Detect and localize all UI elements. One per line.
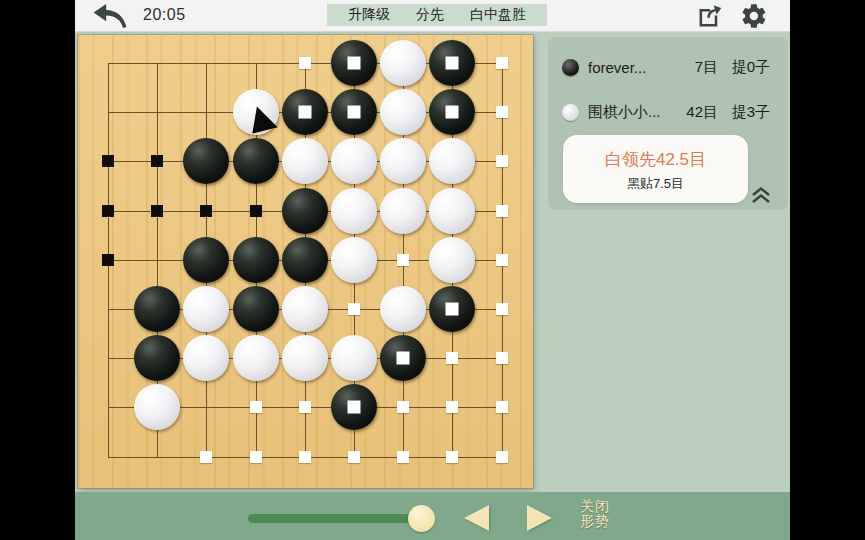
stone-black bbox=[331, 89, 377, 135]
stone-white bbox=[183, 286, 229, 332]
territory-marker-white bbox=[446, 401, 458, 413]
stone-white bbox=[380, 89, 426, 135]
territory-marker-white bbox=[250, 451, 262, 463]
toggle-label-line2: 形势 bbox=[580, 514, 610, 529]
share-button[interactable] bbox=[693, 2, 727, 30]
stone-black bbox=[331, 384, 377, 430]
dead-stone-marker bbox=[348, 57, 361, 70]
last-move-triangle-icon bbox=[233, 89, 279, 135]
player-captures: 提0子 bbox=[718, 58, 770, 77]
stone-white bbox=[429, 237, 475, 283]
territory-marker-black bbox=[200, 205, 212, 217]
app-window: 20:05 升降级 分先 白中盘胜 forever... 7目 提0子 bbox=[75, 0, 790, 540]
komi-note: 黑贴7.5目 bbox=[563, 175, 748, 193]
territory-marker-white bbox=[496, 303, 508, 315]
stone-black bbox=[233, 237, 279, 283]
move-slider-knob[interactable] bbox=[408, 505, 435, 532]
chevron-double-up-icon bbox=[750, 186, 772, 204]
territory-marker-white bbox=[397, 254, 409, 266]
stone-black bbox=[380, 335, 426, 381]
black-stone-icon bbox=[562, 59, 579, 76]
territory-marker-white bbox=[496, 106, 508, 118]
match-rank-label: 升降级 bbox=[348, 6, 390, 24]
territory-marker-white bbox=[496, 205, 508, 217]
stone-white bbox=[380, 286, 426, 332]
score-estimate-card: 白领先42.5目 黑贴7.5目 bbox=[563, 135, 748, 203]
previous-move-button[interactable] bbox=[464, 505, 489, 531]
territory-marker-white bbox=[200, 451, 212, 463]
dead-stone-marker bbox=[446, 57, 459, 70]
territory-marker-white bbox=[446, 352, 458, 364]
share-icon bbox=[693, 2, 725, 30]
stone-white bbox=[282, 335, 328, 381]
stone-white bbox=[331, 188, 377, 234]
match-result-label: 白中盘胜 bbox=[470, 6, 526, 24]
stone-black bbox=[331, 40, 377, 86]
territory-marker-white bbox=[348, 451, 360, 463]
dead-stone-marker bbox=[397, 352, 410, 365]
go-board[interactable] bbox=[78, 35, 533, 488]
game-clock: 20:05 bbox=[143, 6, 186, 24]
stone-black bbox=[429, 89, 475, 135]
territory-marker-white bbox=[496, 155, 508, 167]
player-name: forever... bbox=[588, 59, 670, 76]
territory-marker-black bbox=[102, 205, 114, 217]
game-info-panel: forever... 7目 提0子 围棋小小... 42目 提3子 白领先42.… bbox=[548, 37, 788, 210]
player-name: 围棋小小... bbox=[588, 103, 670, 122]
settings-button[interactable] bbox=[739, 2, 773, 30]
stone-white bbox=[183, 335, 229, 381]
player-territory: 42目 bbox=[670, 103, 718, 122]
stone-white bbox=[380, 138, 426, 184]
lead-estimate: 白领先42.5目 bbox=[563, 148, 748, 171]
stone-white bbox=[134, 384, 180, 430]
territory-marker-black bbox=[102, 254, 114, 266]
player-row-white: 围棋小小... 42目 提3子 bbox=[548, 100, 788, 124]
player-row-black: forever... 7目 提0子 bbox=[548, 55, 788, 79]
territory-marker-white bbox=[496, 254, 508, 266]
territory-marker-black bbox=[151, 155, 163, 167]
player-captures: 提3子 bbox=[718, 103, 770, 122]
territory-marker-white bbox=[299, 57, 311, 69]
territory-marker-white bbox=[397, 401, 409, 413]
next-move-button[interactable] bbox=[527, 505, 552, 531]
territory-marker-black bbox=[102, 155, 114, 167]
stone-white bbox=[233, 335, 279, 381]
stone-white bbox=[282, 286, 328, 332]
stone-black bbox=[134, 335, 180, 381]
stone-black bbox=[183, 237, 229, 283]
stone-white bbox=[429, 138, 475, 184]
back-arrow-icon bbox=[91, 1, 131, 30]
territory-marker-white bbox=[397, 451, 409, 463]
toggle-territory-button[interactable]: 关闭 形势 bbox=[580, 499, 610, 529]
territory-marker-white bbox=[496, 57, 508, 69]
dead-stone-marker bbox=[446, 106, 459, 119]
stone-black bbox=[233, 286, 279, 332]
bottom-control-bar: 关闭 形势 bbox=[75, 492, 790, 540]
stone-black bbox=[429, 286, 475, 332]
stone-black bbox=[134, 286, 180, 332]
stone-black bbox=[282, 89, 328, 135]
top-bar: 20:05 升降级 分先 白中盘胜 bbox=[75, 0, 790, 32]
stone-white bbox=[282, 138, 328, 184]
collapse-panel-button[interactable] bbox=[750, 186, 772, 204]
stone-white bbox=[331, 138, 377, 184]
stone-black bbox=[429, 40, 475, 86]
match-handicap-label: 分先 bbox=[416, 6, 444, 24]
toggle-label-line1: 关闭 bbox=[580, 499, 610, 514]
territory-marker-black bbox=[250, 205, 262, 217]
stone-black bbox=[183, 138, 229, 184]
territory-marker-white bbox=[250, 401, 262, 413]
territory-marker-black bbox=[151, 205, 163, 217]
dead-stone-marker bbox=[298, 106, 311, 119]
white-stone-icon bbox=[562, 104, 579, 121]
territory-marker-white bbox=[496, 401, 508, 413]
territory-marker-white bbox=[496, 451, 508, 463]
stone-white bbox=[380, 188, 426, 234]
territory-marker-white bbox=[496, 352, 508, 364]
stone-white bbox=[331, 237, 377, 283]
territory-marker-white bbox=[446, 451, 458, 463]
back-button[interactable] bbox=[91, 1, 131, 30]
stone-black bbox=[282, 237, 328, 283]
gear-icon bbox=[739, 2, 769, 30]
stone-black bbox=[282, 188, 328, 234]
stone-white bbox=[429, 188, 475, 234]
stone-white bbox=[331, 335, 377, 381]
dead-stone-marker bbox=[348, 401, 361, 414]
territory-marker-white bbox=[348, 303, 360, 315]
dead-stone-marker bbox=[348, 106, 361, 119]
stone-white bbox=[233, 89, 279, 135]
player-territory: 7目 bbox=[670, 58, 718, 77]
dead-stone-marker bbox=[446, 303, 459, 316]
match-info-strip: 升降级 分先 白中盘胜 bbox=[327, 4, 547, 26]
stone-white bbox=[380, 40, 426, 86]
move-slider-track[interactable] bbox=[248, 514, 425, 523]
territory-marker-white bbox=[299, 401, 311, 413]
territory-marker-white bbox=[299, 451, 311, 463]
stone-black bbox=[233, 138, 279, 184]
